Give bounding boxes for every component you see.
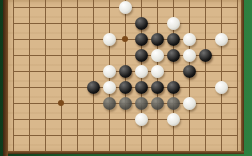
stone-white (215, 33, 228, 46)
stone-black (135, 49, 148, 62)
stone-white (167, 17, 180, 30)
stone-black (167, 49, 180, 62)
stone-black (167, 33, 180, 46)
stone-dim-gray (151, 97, 164, 110)
stone-white (151, 49, 164, 62)
stone-black (151, 33, 164, 46)
gomoku-app (0, 0, 252, 156)
stone-dim-gray (119, 97, 132, 110)
board-bottom-edge (8, 151, 244, 154)
stone-black (183, 65, 196, 78)
stone-white (167, 113, 180, 126)
board-right-edge (241, 0, 244, 153)
star-point (58, 100, 64, 106)
stone-black (151, 81, 164, 94)
stone-white (135, 113, 148, 126)
star-point (122, 36, 128, 42)
stone-white (151, 65, 164, 78)
gomoku-board[interactable] (8, 0, 241, 153)
stone-white (183, 33, 196, 46)
grid-line-horizontal (13, 23, 238, 24)
stone-black (135, 33, 148, 46)
stone-white (215, 81, 228, 94)
stone-black (135, 81, 148, 94)
stone-black (167, 81, 180, 94)
stone-white (103, 81, 116, 94)
grid-line-horizontal (13, 119, 238, 120)
stone-dim-gray (167, 97, 180, 110)
stone-dim-gray (135, 97, 148, 110)
stone-white (183, 49, 196, 62)
stone-white (103, 33, 116, 46)
stone-black (119, 81, 132, 94)
stone-black (119, 65, 132, 78)
stone-white (183, 97, 196, 110)
stone-dim-gray (103, 97, 116, 110)
stone-black (135, 17, 148, 30)
stone-black (87, 81, 100, 94)
stone-black (199, 49, 212, 62)
grid-line-horizontal (13, 135, 238, 136)
stone-white (135, 65, 148, 78)
stone-white (103, 65, 116, 78)
stone-white (119, 1, 132, 14)
